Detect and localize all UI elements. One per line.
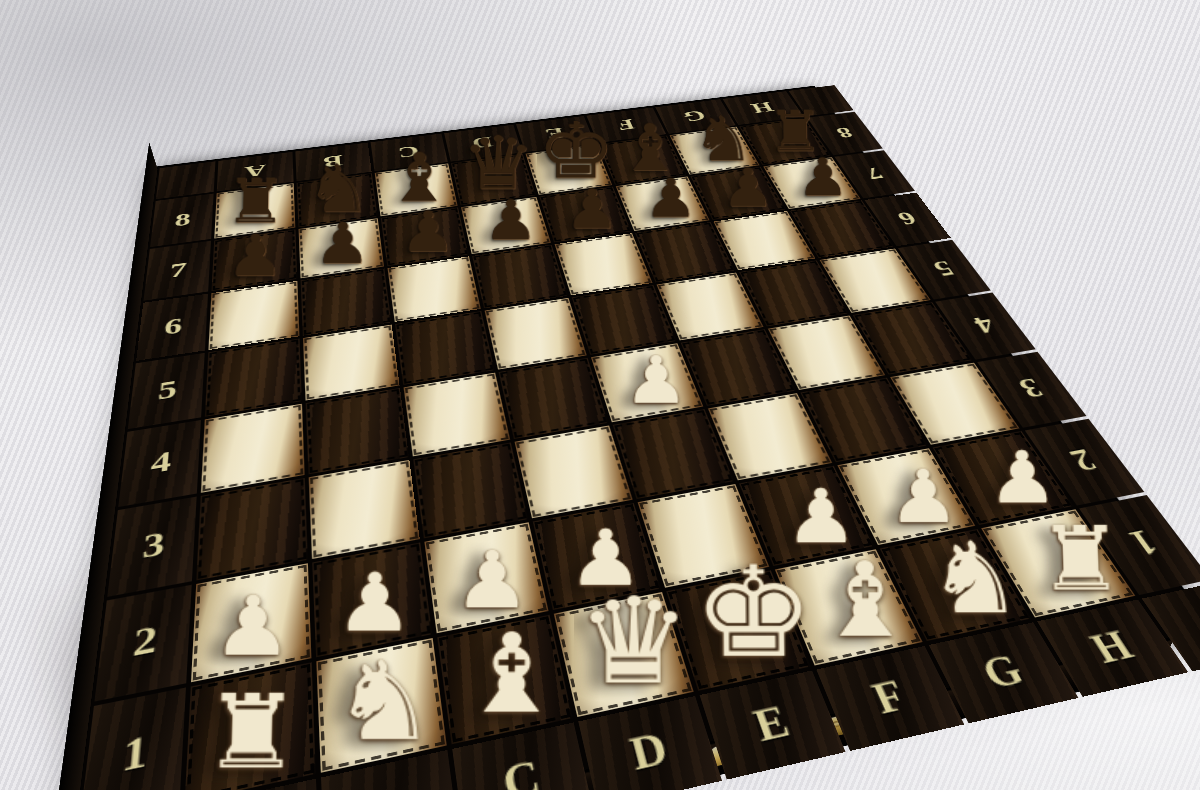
piece-white-pawn-a2[interactable]: ♟ bbox=[193, 585, 311, 667]
square-e6[interactable] bbox=[555, 233, 653, 295]
square-b6[interactable] bbox=[301, 268, 392, 335]
coord-rank-6-right-label: 6 bbox=[892, 207, 921, 230]
square-a4[interactable] bbox=[201, 403, 305, 492]
piece-black-pawn-d7[interactable]: ♟ bbox=[471, 192, 551, 247]
square-c5[interactable] bbox=[395, 311, 494, 385]
piece-black-pawn-g7[interactable]: ♟ bbox=[709, 161, 786, 214]
piece-white-queen-d1[interactable]: ♛ bbox=[574, 582, 694, 701]
square-a6[interactable] bbox=[208, 280, 299, 349]
square-h3[interactable] bbox=[890, 362, 1019, 444]
square-e7[interactable]: ♟ bbox=[539, 186, 631, 242]
coord-file-h-near-label: H bbox=[1081, 620, 1142, 672]
coord-rank-8-left: 8 bbox=[150, 193, 214, 247]
square-d5[interactable] bbox=[485, 298, 587, 370]
square-a1[interactable]: ♜ bbox=[185, 662, 316, 790]
square-a2[interactable]: ♟ bbox=[191, 563, 311, 682]
square-b4[interactable] bbox=[306, 388, 409, 474]
coord-rank-4-left-label: 4 bbox=[149, 443, 172, 480]
coord-rank-5-right-label: 5 bbox=[928, 256, 960, 281]
piece-white-bishop-f1[interactable]: ♝ bbox=[807, 547, 923, 651]
square-d6[interactable] bbox=[472, 244, 568, 308]
piece-white-knight-b1[interactable]: ♞ bbox=[322, 646, 447, 755]
chess-board: ABCDEFGH8♜♞♝♛♚♝♞♜87♟♟♟♟♟♟♟♟766554♟4332♟♟… bbox=[68, 87, 1200, 790]
piece-black-pawn-f7[interactable]: ♟ bbox=[632, 171, 710, 225]
coord-rank-7-right-label: 7 bbox=[861, 163, 888, 183]
square-d4[interactable] bbox=[499, 357, 609, 438]
coord-rank-6-left-label: 6 bbox=[163, 312, 183, 340]
coord-rank-8-right-label: 8 bbox=[832, 123, 857, 141]
piece-white-pawn-e4[interactable]: ♟ bbox=[609, 347, 703, 413]
piece-white-bishop-c1[interactable]: ♝ bbox=[450, 617, 572, 727]
piece-white-rook-h1[interactable]: ♜ bbox=[1024, 515, 1137, 604]
square-a7[interactable]: ♟ bbox=[212, 229, 298, 291]
board-corner-far-left bbox=[156, 161, 216, 199]
piece-white-pawn-h2[interactable]: ♟ bbox=[970, 441, 1075, 513]
piece-white-rook-a1[interactable]: ♜ bbox=[187, 681, 316, 784]
piece-black-pawn-a7[interactable]: ♟ bbox=[213, 226, 297, 283]
coord-rank-3-left: 3 bbox=[107, 496, 196, 596]
board-wrap: ABCDEFGH8♜♞♝♛♚♝♞♜87♟♟♟♟♟♟♟♟766554♟4332♟♟… bbox=[0, 0, 1200, 790]
coord-rank-5-left-label: 5 bbox=[157, 373, 179, 405]
square-d7[interactable]: ♟ bbox=[461, 197, 551, 254]
coord-rank-2-left: 2 bbox=[94, 584, 191, 701]
coord-rank-2-left-label: 2 bbox=[131, 616, 159, 665]
piece-white-pawn-b2[interactable]: ♟ bbox=[317, 562, 432, 643]
coord-rank-3-right-label: 3 bbox=[1012, 372, 1050, 404]
coord-rank-1-left-label: 1 bbox=[120, 724, 150, 782]
square-d1[interactable]: ♛ bbox=[554, 592, 694, 717]
coord-rank-3-left-label: 3 bbox=[141, 523, 166, 565]
square-b5[interactable] bbox=[303, 324, 400, 400]
square-b7[interactable]: ♟ bbox=[299, 218, 384, 278]
square-d3[interactable] bbox=[515, 425, 633, 518]
coord-rank-7-left: 7 bbox=[144, 240, 211, 300]
coord-file-e-near: E bbox=[700, 670, 846, 779]
coord-rank-4-right-label: 4 bbox=[967, 311, 1001, 339]
piece-black-pawn-e7[interactable]: ♟ bbox=[552, 182, 631, 236]
piece-black-pawn-h7[interactable]: ♟ bbox=[785, 151, 862, 203]
piece-white-knight-g1[interactable]: ♞ bbox=[917, 528, 1032, 627]
square-a5[interactable] bbox=[205, 338, 302, 416]
square-c4[interactable] bbox=[404, 372, 511, 456]
coord-rank-8-left-label: 8 bbox=[174, 208, 192, 231]
square-c6[interactable] bbox=[388, 256, 481, 321]
piece-white-pawn-c2[interactable]: ♟ bbox=[436, 540, 549, 619]
coord-file-g-near-label: G bbox=[973, 644, 1032, 698]
square-c1[interactable]: ♝ bbox=[437, 614, 572, 744]
piece-black-pawn-c7[interactable]: ♟ bbox=[387, 203, 468, 259]
coord-rank-6-left: 6 bbox=[136, 293, 208, 360]
square-e4[interactable]: ♟ bbox=[591, 343, 703, 422]
piece-white-king-e1[interactable]: ♚ bbox=[693, 550, 811, 675]
square-a3[interactable] bbox=[196, 478, 307, 580]
coord-file-b-near-label: B bbox=[369, 777, 408, 790]
coord-rank-1-left: 1 bbox=[79, 687, 186, 790]
piece-black-pawn-b7[interactable]: ♟ bbox=[301, 215, 384, 272]
square-c7[interactable]: ♟ bbox=[381, 207, 469, 265]
coord-rank-7-left-label: 7 bbox=[169, 257, 188, 282]
coord-rank-4-left: 4 bbox=[118, 420, 201, 507]
square-b1[interactable]: ♞ bbox=[316, 638, 446, 773]
coord-rank-5-left: 5 bbox=[128, 352, 205, 428]
square-b3[interactable] bbox=[309, 459, 420, 558]
square-c3[interactable] bbox=[413, 442, 528, 538]
